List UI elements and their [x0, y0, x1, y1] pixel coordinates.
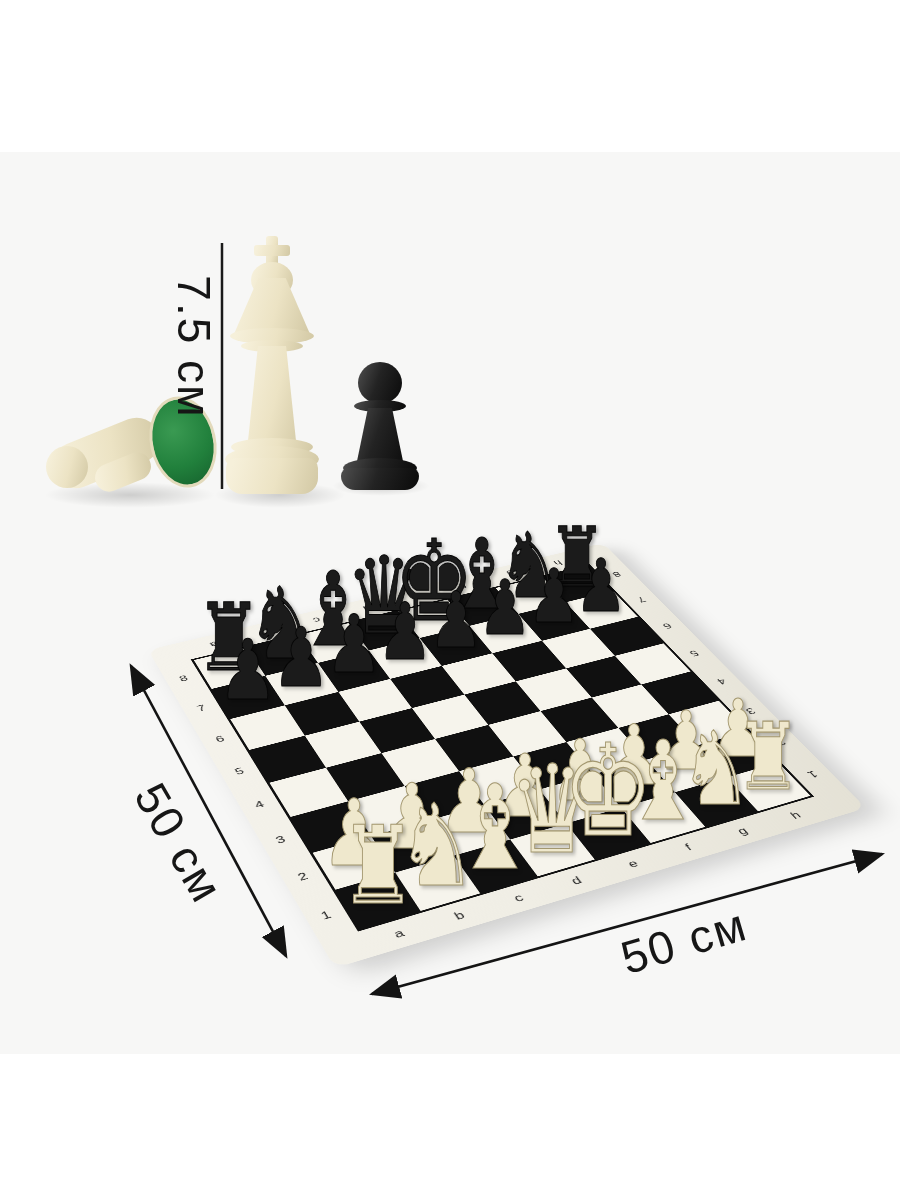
- file-label-e-bottom: e: [625, 858, 641, 871]
- file-label-d-bottom: d: [568, 874, 584, 887]
- rank-label-5-left: 5: [233, 766, 247, 778]
- standing-white-king: [224, 236, 320, 498]
- rank-label-6-left: 6: [214, 734, 227, 745]
- king-cross-icon: [254, 245, 290, 256]
- product-photo: 7.5 см 50 см 50 см aabbccddeeffgghh11223…: [0, 0, 900, 1200]
- file-label-c-top: c: [311, 615, 323, 624]
- rank-label-2-right: 2: [773, 736, 789, 747]
- rank-label-7-right: 7: [634, 595, 648, 604]
- file-label-h-bottom: h: [787, 809, 804, 821]
- standing-black-pawn: [341, 360, 419, 490]
- rank-label-2-left: 2: [296, 870, 311, 883]
- rank-label-8-right: 8: [610, 570, 623, 579]
- rank-label-5-right: 5: [686, 648, 701, 658]
- file-label-h-top: h: [551, 558, 564, 567]
- rank-label-3-left: 3: [274, 834, 288, 847]
- rank-label-8-left: 8: [178, 674, 190, 684]
- rank-label-1-right: 1: [804, 768, 820, 780]
- file-label-d-top: d: [360, 603, 373, 612]
- file-label-a-bottom: a: [391, 927, 407, 941]
- rank-label-3-right: 3: [743, 706, 758, 717]
- file-label-g-top: g: [505, 569, 518, 578]
- file-label-g-bottom: g: [734, 825, 751, 838]
- king-base: [226, 458, 318, 494]
- rank-label-1-left: 1: [318, 908, 333, 922]
- file-label-f-bottom: f: [682, 842, 695, 854]
- file-label-e-top: e: [409, 592, 422, 601]
- king-height-label: 7.5 см: [167, 275, 221, 418]
- file-label-c-bottom: c: [511, 892, 526, 905]
- rank-label-7-left: 7: [195, 703, 208, 714]
- king-head: [234, 278, 310, 334]
- file-label-a-top: a: [208, 639, 220, 649]
- file-label-b-top: b: [260, 627, 272, 637]
- file-label-f-top: f: [459, 581, 469, 589]
- file-label-b-bottom: b: [452, 909, 468, 923]
- king-body: [240, 346, 304, 444]
- rank-label-4-left: 4: [253, 799, 267, 811]
- rank-label-6-right: 6: [660, 621, 674, 630]
- fallen-piece-head: [46, 446, 88, 488]
- pawn-base: [341, 468, 419, 490]
- pawn-head: [358, 362, 402, 404]
- rank-label-4-right: 4: [714, 676, 729, 686]
